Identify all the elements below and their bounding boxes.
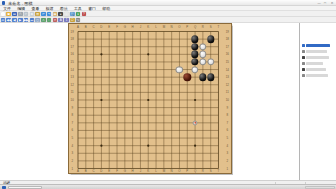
pass-icon[interactable]: ◻ xyxy=(35,18,40,23)
tree-node-label xyxy=(306,50,327,53)
coordinate-label: 6 xyxy=(71,129,73,132)
coordinate-label: 4 xyxy=(226,144,228,147)
coordinate-label: 1 xyxy=(71,167,73,170)
help-icon[interactable]: ? xyxy=(82,12,87,17)
coordinate-label: 11 xyxy=(71,91,74,94)
print-icon[interactable]: ⎙ xyxy=(18,12,23,17)
coordinate-label: E xyxy=(108,170,110,173)
coordinate-label: M xyxy=(163,170,165,173)
save-icon[interactable]: ▤ xyxy=(12,12,17,17)
coordinate-label: 5 xyxy=(226,137,228,140)
coordinate-label: F xyxy=(116,25,118,28)
mark-letter-icon[interactable]: A xyxy=(58,18,63,23)
tree-node[interactable] xyxy=(302,49,328,54)
close-button[interactable]: ✕ xyxy=(329,1,335,5)
prev-10-icon[interactable]: ◀◀ xyxy=(6,18,11,23)
coordinate-label: 13 xyxy=(226,76,229,79)
coordinate-label: O xyxy=(178,25,180,28)
coordinate-label: 17 xyxy=(71,45,74,48)
coordinate-label: K xyxy=(147,170,149,173)
star-point xyxy=(100,99,102,101)
open-icon[interactable]: ▣ xyxy=(6,12,11,17)
coordinate-label: 14 xyxy=(71,68,74,71)
coordinate-label: B xyxy=(85,170,87,173)
taskbar-app-button[interactable] xyxy=(8,186,42,189)
coordinate-label: G xyxy=(124,170,126,173)
stone-white-icon[interactable]: ○ xyxy=(64,12,69,17)
coordinate-label: L xyxy=(155,25,157,28)
mark-square-icon[interactable]: □ xyxy=(47,18,52,23)
coordinate-label: 17 xyxy=(226,45,229,48)
coordinate-label: D xyxy=(100,25,102,28)
new-icon[interactable]: ▢ xyxy=(1,12,6,17)
coordinate-label: 5 xyxy=(71,137,73,140)
tree-node-icon xyxy=(302,56,305,59)
cut-icon[interactable]: ✂ xyxy=(24,12,29,17)
coordinate-label: 8 xyxy=(71,114,73,117)
board-grid xyxy=(69,24,232,174)
tree-icon[interactable]: ⌥ xyxy=(76,18,81,23)
coordinate-label: O xyxy=(178,170,180,173)
prev-move-icon[interactable]: ◀ xyxy=(12,18,17,23)
info-icon[interactable]: ℹ xyxy=(76,12,81,17)
coordinate-label: M xyxy=(163,25,165,28)
coordinate-label: H xyxy=(132,25,134,28)
coordinate-label: 13 xyxy=(71,76,74,79)
tree-node-selected[interactable] xyxy=(302,43,331,48)
coordinate-label: A xyxy=(77,170,79,173)
coordinate-label: 18 xyxy=(226,38,229,41)
star-point xyxy=(194,145,196,147)
coordinate-label: 4 xyxy=(71,144,73,147)
tree-node-label xyxy=(306,44,330,47)
tree-node[interactable] xyxy=(302,67,327,72)
coordinate-label: T xyxy=(218,170,220,173)
tree-node-icon xyxy=(302,74,305,77)
workspace: AA1919BB1818CC1717DD1616EE1515FF1414GG13… xyxy=(0,23,336,180)
coordinate-label: T xyxy=(218,25,220,28)
start-button[interactable] xyxy=(2,186,6,189)
move-tree-panel[interactable] xyxy=(299,23,336,180)
coordinate-label: 6 xyxy=(226,129,228,132)
coordinate-label: P xyxy=(186,25,188,28)
star-point xyxy=(100,53,102,55)
coordinate-label: 8 xyxy=(226,114,228,117)
coordinate-label: 1 xyxy=(226,167,228,170)
coordinate-label: 18 xyxy=(71,38,74,41)
coordinate-label: C xyxy=(93,25,95,28)
mark-number-icon[interactable]: 1 xyxy=(64,18,69,23)
tree-node-label xyxy=(306,74,328,77)
star-point xyxy=(100,145,102,147)
coordinate-label: H xyxy=(132,170,134,173)
coordinate-label: N xyxy=(171,25,173,28)
star-point xyxy=(147,99,149,101)
coordinate-label: P xyxy=(186,170,188,173)
ghost-stone-Q7[interactable] xyxy=(193,120,198,125)
window-title: 未命名 - 围棋 xyxy=(8,1,33,6)
coordinate-label: 7 xyxy=(226,121,228,124)
tree-node-label xyxy=(306,68,326,71)
system-tray[interactable] xyxy=(305,186,335,189)
first-move-icon[interactable]: ⏮ xyxy=(1,18,6,23)
tree-node[interactable] xyxy=(302,61,324,66)
coordinate-label: Q xyxy=(194,25,196,28)
star-point xyxy=(147,145,149,147)
go-board[interactable]: AA1919BB1818CC1717DD1616EE1515FF1414GG13… xyxy=(68,23,232,174)
coordinate-label: 11 xyxy=(226,91,229,94)
coordinate-label: 12 xyxy=(71,83,74,86)
tree-node[interactable] xyxy=(302,73,329,78)
comment-icon[interactable]: 🗩 xyxy=(70,18,75,23)
coordinate-label: K xyxy=(147,25,149,28)
zoom-icon[interactable]: 🔍 xyxy=(70,12,75,17)
coordinate-label: 7 xyxy=(71,121,73,124)
mark-cross-icon[interactable]: ✕ xyxy=(53,18,58,23)
coordinate-label: 3 xyxy=(226,152,228,155)
coordinate-label: S xyxy=(210,25,212,28)
coordinate-label: D xyxy=(100,170,102,173)
coordinate-label: 16 xyxy=(226,53,229,56)
coordinate-label: E xyxy=(108,25,110,28)
tree-node-label xyxy=(306,62,323,65)
star-point xyxy=(147,53,149,55)
coordinate-label: F xyxy=(116,170,118,173)
coordinate-label: A xyxy=(77,25,79,28)
coordinate-label: 19 xyxy=(71,30,74,33)
coordinate-label: 15 xyxy=(226,60,229,63)
coordinate-label: Q xyxy=(194,170,196,173)
coordinate-label: 15 xyxy=(71,60,74,63)
coordinate-label: 12 xyxy=(226,83,229,86)
tree-node-label xyxy=(306,56,329,59)
tree-node-icon xyxy=(302,62,305,65)
coordinate-label: G xyxy=(124,25,126,28)
coordinate-label: R xyxy=(202,25,204,28)
coordinate-label: 3 xyxy=(71,152,73,155)
taskbar xyxy=(0,184,336,189)
copy-icon[interactable]: ⧉ xyxy=(30,12,35,17)
coordinate-label: L xyxy=(155,170,157,173)
redo-icon[interactable]: ↷ xyxy=(47,12,52,17)
coordinate-label: 16 xyxy=(71,53,74,56)
tree-node-icon xyxy=(302,68,305,71)
coordinate-label: S xyxy=(210,170,212,173)
last-move-icon[interactable]: ⏭ xyxy=(30,18,35,23)
coordinate-label: J xyxy=(140,170,141,173)
star-point xyxy=(194,99,196,101)
next-move-icon[interactable]: ▶ xyxy=(18,18,23,23)
coordinate-label: R xyxy=(202,170,204,173)
next-10-icon[interactable]: ▶▶ xyxy=(24,18,29,23)
coordinate-label: 10 xyxy=(226,99,229,102)
coordinate-label: 9 xyxy=(71,106,73,109)
tree-node-icon xyxy=(302,50,305,53)
coordinate-label: 2 xyxy=(71,159,73,162)
coordinate-label: 10 xyxy=(71,99,74,102)
coordinate-label: B xyxy=(85,25,87,28)
coordinate-label: 2 xyxy=(226,159,228,162)
coordinate-label: C xyxy=(93,170,95,173)
undo-icon[interactable]: ↶ xyxy=(41,12,46,17)
coordinate-label: J xyxy=(140,25,141,28)
app-icon xyxy=(2,1,5,4)
coordinate-label: 19 xyxy=(226,30,229,33)
tree-node[interactable] xyxy=(302,55,330,60)
coordinate-label: 9 xyxy=(226,106,228,109)
coordinate-label: 14 xyxy=(226,68,229,71)
coordinate-label: N xyxy=(171,170,173,173)
maximize-button[interactable]: □ xyxy=(322,1,328,5)
stone-black-icon[interactable]: ● xyxy=(58,12,63,17)
tree-node-icon xyxy=(302,44,305,47)
board-icon[interactable]: ▦ xyxy=(53,12,58,17)
mark-triangle-icon[interactable]: △ xyxy=(41,18,46,23)
paste-icon[interactable]: ▥ xyxy=(35,12,40,17)
